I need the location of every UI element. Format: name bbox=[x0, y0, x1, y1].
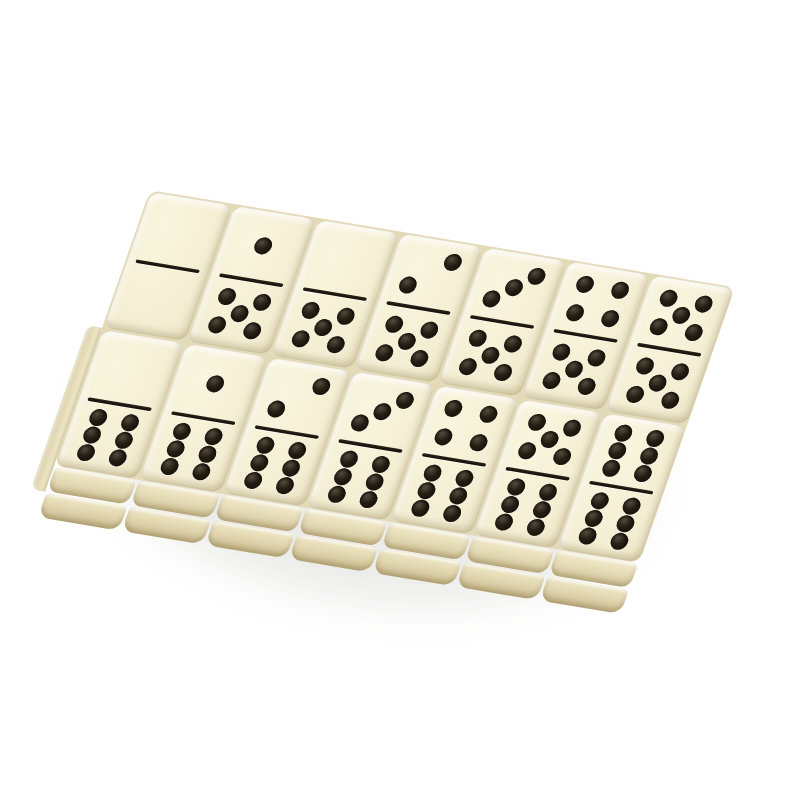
pip bbox=[577, 526, 600, 546]
pip bbox=[159, 457, 182, 477]
pip bbox=[530, 500, 553, 520]
pip bbox=[75, 443, 98, 463]
pip bbox=[286, 441, 309, 461]
pip bbox=[348, 413, 371, 433]
pip bbox=[357, 490, 380, 510]
pip bbox=[241, 321, 264, 341]
pip bbox=[576, 377, 599, 397]
pip bbox=[606, 441, 629, 461]
pip bbox=[216, 287, 239, 307]
pip bbox=[112, 431, 135, 451]
pip bbox=[418, 321, 441, 341]
pip bbox=[196, 444, 219, 464]
pip bbox=[589, 491, 612, 511]
pip bbox=[442, 399, 465, 419]
pip bbox=[206, 315, 229, 335]
pip bbox=[536, 483, 559, 503]
pip bbox=[647, 317, 670, 337]
pip bbox=[551, 447, 574, 467]
pip bbox=[503, 278, 526, 298]
pip bbox=[467, 433, 490, 453]
pip bbox=[87, 408, 110, 428]
pip bbox=[525, 413, 548, 433]
pip bbox=[466, 329, 489, 349]
pip bbox=[477, 405, 500, 425]
pip bbox=[415, 481, 438, 501]
pip bbox=[447, 486, 470, 506]
pip bbox=[441, 504, 464, 524]
pip bbox=[612, 424, 635, 444]
pip bbox=[421, 464, 444, 484]
pip bbox=[632, 464, 655, 484]
pip bbox=[659, 390, 682, 410]
pip bbox=[251, 293, 274, 313]
pip bbox=[540, 371, 563, 391]
pip bbox=[492, 363, 515, 383]
pip bbox=[396, 275, 419, 295]
pip bbox=[683, 323, 706, 343]
pip bbox=[608, 531, 631, 551]
pip bbox=[81, 425, 104, 445]
pip bbox=[574, 275, 597, 295]
pip bbox=[280, 458, 303, 478]
pip bbox=[609, 281, 632, 301]
pip bbox=[165, 439, 188, 459]
pip bbox=[669, 362, 692, 382]
pip bbox=[624, 385, 647, 405]
pip bbox=[265, 399, 288, 419]
pip bbox=[620, 497, 643, 516]
pip bbox=[202, 427, 225, 447]
domino-stack bbox=[25, 190, 735, 647]
pip bbox=[325, 335, 348, 355]
pip bbox=[479, 346, 502, 366]
pip bbox=[561, 419, 584, 439]
pip bbox=[493, 512, 516, 532]
pip bbox=[274, 476, 297, 496]
pip bbox=[106, 448, 129, 468]
pip bbox=[550, 342, 573, 362]
pip bbox=[190, 462, 213, 482]
pip bbox=[657, 289, 680, 309]
pip bbox=[538, 430, 561, 450]
pip bbox=[432, 427, 455, 447]
pip bbox=[499, 495, 522, 515]
pip bbox=[394, 391, 417, 411]
pip bbox=[326, 484, 349, 504]
pip bbox=[289, 329, 312, 349]
pip bbox=[564, 303, 587, 323]
pip bbox=[457, 357, 480, 377]
pip bbox=[383, 315, 406, 335]
pip bbox=[563, 360, 586, 380]
pip bbox=[600, 458, 623, 478]
pip bbox=[409, 498, 432, 518]
pip bbox=[363, 472, 386, 492]
pip bbox=[505, 478, 528, 498]
pip bbox=[524, 517, 547, 537]
pip bbox=[693, 295, 716, 315]
pip bbox=[171, 422, 194, 442]
pip bbox=[338, 450, 361, 470]
pip bbox=[442, 253, 465, 272]
pip bbox=[310, 377, 333, 397]
pip bbox=[312, 318, 335, 338]
pip bbox=[634, 356, 657, 376]
pip bbox=[371, 402, 394, 422]
pip bbox=[204, 374, 227, 394]
pip bbox=[453, 469, 476, 489]
pip bbox=[408, 349, 431, 369]
domino-set-photo bbox=[0, 0, 800, 800]
pip bbox=[583, 509, 606, 529]
pip bbox=[599, 309, 622, 329]
pip bbox=[248, 453, 271, 473]
pip bbox=[254, 436, 277, 456]
pip bbox=[228, 304, 251, 324]
pip bbox=[369, 455, 392, 475]
pip bbox=[252, 236, 275, 256]
pip bbox=[585, 348, 608, 368]
pip bbox=[638, 446, 661, 466]
pip bbox=[118, 413, 141, 433]
pip bbox=[646, 373, 669, 393]
pip bbox=[670, 306, 693, 326]
pip bbox=[335, 307, 358, 327]
pip bbox=[332, 467, 355, 487]
pip bbox=[516, 441, 539, 461]
pip bbox=[644, 429, 667, 449]
pip bbox=[502, 334, 525, 354]
pip bbox=[299, 301, 322, 321]
pip bbox=[242, 470, 265, 490]
pip bbox=[525, 267, 548, 287]
pip bbox=[614, 514, 637, 534]
pip bbox=[396, 332, 419, 352]
pip bbox=[480, 289, 503, 309]
pip bbox=[373, 343, 396, 363]
